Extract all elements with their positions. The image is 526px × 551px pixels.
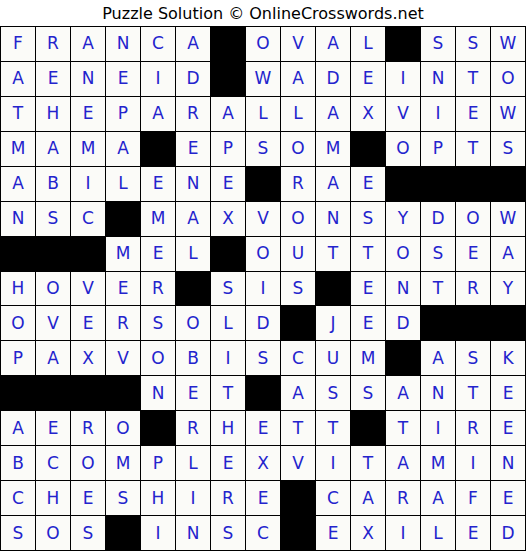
cell-letter: T: [468, 140, 478, 157]
black-cell: [36, 237, 70, 271]
cell-letter: O: [186, 315, 199, 332]
cell-letter: I: [190, 490, 195, 507]
grid-cell: R: [456, 411, 490, 445]
cell-letter: O: [501, 70, 514, 87]
cell-letter: O: [396, 140, 409, 157]
grid-cell: E: [71, 97, 105, 131]
cell-letter: P: [118, 105, 128, 122]
cell-letter: I: [400, 525, 405, 542]
cell-letter: O: [466, 210, 479, 227]
grid-cell: E: [211, 446, 245, 480]
cell-letter: S: [258, 140, 269, 157]
cell-letter: L: [188, 455, 197, 472]
cell-letter: R: [152, 280, 164, 297]
grid-cell: A: [316, 167, 350, 201]
cell-letter: T: [328, 245, 338, 262]
cell-letter: E: [363, 315, 374, 332]
grid-cell: H: [141, 481, 175, 515]
grid-cell: S: [491, 132, 525, 166]
cell-letter: A: [502, 245, 514, 262]
grid-cell: C: [246, 516, 280, 550]
grid-cell: E: [351, 62, 385, 96]
grid-cell: W: [491, 97, 525, 131]
cell-letter: O: [11, 315, 24, 332]
grid-cell: H: [211, 411, 245, 445]
grid-cell: I: [246, 272, 280, 306]
grid-cell: O: [106, 411, 140, 445]
grid-cell: E: [36, 62, 70, 96]
cell-letter: V: [257, 210, 269, 227]
grid-cell: O: [491, 62, 525, 96]
grid-cell: I: [71, 167, 105, 201]
cell-letter: N: [117, 35, 130, 52]
grid-cell: S: [456, 341, 490, 375]
grid-cell: T: [316, 411, 350, 445]
grid-cell: M: [351, 341, 385, 375]
grid-cell: A: [491, 237, 525, 271]
cell-letter: Y: [398, 210, 408, 227]
grid-cell: N: [176, 516, 210, 550]
grid-cell: O: [36, 272, 70, 306]
black-cell: [386, 27, 420, 61]
cell-letter: E: [468, 525, 479, 542]
grid-cell: D: [246, 306, 280, 340]
grid-cell: I: [211, 341, 245, 375]
grid-cell: S: [36, 202, 70, 236]
grid-cell: M: [106, 237, 140, 271]
grid-cell: N: [106, 27, 140, 61]
black-cell: [421, 306, 455, 340]
grid-cell: E: [246, 411, 280, 445]
cell-letter: Y: [503, 280, 513, 297]
cell-letter: S: [48, 210, 59, 227]
grid-cell: M: [141, 202, 175, 236]
cell-letter: W: [500, 210, 517, 227]
cell-letter: M: [151, 210, 166, 227]
grid-cell: S: [211, 272, 245, 306]
grid-cell: O: [36, 516, 70, 550]
cell-letter: M: [116, 455, 131, 472]
cell-letter: A: [397, 455, 409, 472]
grid-cell: S: [351, 376, 385, 410]
cell-letter: E: [503, 420, 514, 437]
grid-cell: N: [421, 62, 455, 96]
grid-cell: A: [421, 481, 455, 515]
grid-cell: A: [1, 62, 35, 96]
grid-cell: X: [246, 446, 280, 480]
grid-cell: A: [281, 62, 315, 96]
grid-cell: M: [421, 446, 455, 480]
grid-cell: R: [71, 411, 105, 445]
grid-cell: A: [386, 446, 420, 480]
grid-cell: B: [176, 341, 210, 375]
cell-letter: S: [83, 525, 94, 542]
puzzle-solution-page: Puzzle Solution © OnlineCrosswords.net F…: [0, 0, 526, 551]
cell-letter: M: [81, 140, 96, 157]
grid-cell: S: [246, 341, 280, 375]
cell-letter: H: [47, 105, 60, 122]
cell-letter: M: [361, 350, 376, 367]
grid-cell: O: [386, 237, 420, 271]
grid-cell: E: [176, 132, 210, 166]
grid-cell: H: [36, 481, 70, 515]
cell-letter: I: [225, 350, 230, 367]
grid-cell: S: [106, 481, 140, 515]
grid-cell: L: [176, 237, 210, 271]
cell-letter: D: [431, 210, 444, 227]
cell-letter: R: [187, 420, 199, 437]
cell-letter: S: [13, 525, 24, 542]
cell-letter: X: [257, 455, 269, 472]
grid-cell: O: [176, 306, 210, 340]
grid-cell: L: [211, 306, 245, 340]
cell-letter: M: [326, 140, 341, 157]
grid-cell: B: [36, 167, 70, 201]
grid-cell: O: [71, 446, 105, 480]
grid-cell: A: [1, 167, 35, 201]
cell-letter: O: [81, 455, 94, 472]
grid-cell: M: [71, 132, 105, 166]
cell-letter: I: [330, 455, 335, 472]
cell-letter: B: [187, 350, 199, 367]
grid-cell: Y: [491, 272, 525, 306]
grid-cell: A: [421, 341, 455, 375]
cell-letter: I: [260, 280, 265, 297]
cell-letter: T: [223, 385, 233, 402]
grid-cell: T: [351, 446, 385, 480]
cell-letter: B: [47, 175, 59, 192]
grid-cell: R: [386, 481, 420, 515]
cell-letter: S: [328, 385, 339, 402]
grid-cell: V: [106, 341, 140, 375]
cell-letter: C: [292, 350, 304, 367]
grid-cell: T: [211, 376, 245, 410]
cell-letter: T: [363, 245, 373, 262]
grid-cell: I: [456, 446, 490, 480]
grid-cell: S: [141, 306, 175, 340]
grid-cell: O: [141, 341, 175, 375]
crossword-grid: FRANCAOVALSSWAENEIDWADEINTOTHEPARALLAXVI…: [0, 26, 526, 551]
black-cell: [386, 341, 420, 375]
black-cell: [246, 167, 280, 201]
grid-cell: S: [421, 27, 455, 61]
black-cell: [106, 516, 140, 550]
grid-cell: E: [141, 237, 175, 271]
cell-letter: D: [256, 315, 269, 332]
grid-cell: X: [71, 341, 105, 375]
grid-cell: I: [386, 62, 420, 96]
cell-letter: C: [12, 490, 24, 507]
grid-cell: V: [281, 27, 315, 61]
cell-letter: P: [223, 140, 233, 157]
grid-cell: E: [456, 237, 490, 271]
grid-cell: O: [386, 132, 420, 166]
grid-cell: L: [176, 446, 210, 480]
cell-letter: L: [433, 525, 442, 542]
cell-letter: I: [85, 175, 90, 192]
grid-cell: W: [246, 62, 280, 96]
black-cell: [1, 376, 35, 410]
grid-cell: R: [141, 272, 175, 306]
grid-cell: U: [316, 341, 350, 375]
cell-letter: A: [432, 350, 444, 367]
grid-cell: O: [246, 237, 280, 271]
grid-cell: E: [211, 167, 245, 201]
cell-letter: L: [293, 105, 302, 122]
black-cell: [456, 167, 490, 201]
cell-letter: R: [222, 490, 234, 507]
grid-cell: X: [211, 202, 245, 236]
grid-cell: E: [71, 306, 105, 340]
grid-cell: L: [281, 97, 315, 131]
black-cell: [316, 272, 350, 306]
cell-letter: T: [363, 455, 373, 472]
cell-letter: S: [223, 280, 234, 297]
grid-cell: T: [456, 132, 490, 166]
cell-letter: L: [258, 105, 267, 122]
cell-letter: D: [186, 70, 199, 87]
grid-cell: H: [1, 272, 35, 306]
grid-cell: A: [36, 132, 70, 166]
grid-cell: M: [106, 446, 140, 480]
cell-letter: E: [468, 245, 479, 262]
cell-letter: V: [397, 105, 409, 122]
grid-cell: P: [421, 132, 455, 166]
cell-letter: V: [47, 315, 59, 332]
grid-cell: I: [386, 516, 420, 550]
cell-letter: O: [46, 525, 59, 542]
black-cell: [211, 27, 245, 61]
cell-letter: S: [153, 315, 164, 332]
cell-letter: V: [82, 280, 94, 297]
grid-cell: J: [316, 306, 350, 340]
cell-letter: E: [83, 105, 94, 122]
black-cell: [246, 376, 280, 410]
cell-letter: H: [47, 490, 60, 507]
grid-cell: E: [456, 516, 490, 550]
grid-cell: C: [1, 481, 35, 515]
cell-letter: A: [187, 35, 199, 52]
cell-letter: R: [397, 490, 409, 507]
cell-letter: T: [468, 385, 478, 402]
cell-letter: C: [47, 455, 59, 472]
cell-letter: E: [258, 490, 269, 507]
grid-cell: V: [281, 446, 315, 480]
grid-cell: R: [176, 411, 210, 445]
black-cell: [281, 481, 315, 515]
grid-cell: L: [421, 516, 455, 550]
cell-letter: H: [152, 490, 165, 507]
cell-letter: P: [153, 455, 163, 472]
cell-letter: S: [293, 280, 304, 297]
grid-cell: I: [141, 62, 175, 96]
cell-letter: I: [155, 70, 160, 87]
cell-letter: S: [503, 140, 514, 157]
cell-letter: E: [83, 315, 94, 332]
grid-cell: D: [386, 306, 420, 340]
grid-cell: E: [491, 411, 525, 445]
grid-cell: O: [281, 202, 315, 236]
grid-cell: R: [176, 97, 210, 131]
grid-cell: S: [246, 132, 280, 166]
grid-cell: S: [211, 516, 245, 550]
cell-letter: O: [151, 350, 164, 367]
grid-cell: R: [36, 27, 70, 61]
black-cell: [211, 62, 245, 96]
cell-letter: B: [12, 455, 24, 472]
cell-letter: E: [363, 175, 374, 192]
grid-cell: I: [176, 481, 210, 515]
grid-cell: E: [351, 306, 385, 340]
grid-cell: H: [36, 97, 70, 131]
grid-cell: S: [71, 516, 105, 550]
cell-letter: A: [187, 210, 199, 227]
black-cell: [456, 306, 490, 340]
cell-letter: A: [327, 175, 339, 192]
cell-letter: O: [396, 245, 409, 262]
cell-letter: T: [13, 105, 23, 122]
black-cell: [491, 167, 525, 201]
grid-cell: A: [71, 27, 105, 61]
grid-cell: P: [1, 341, 35, 375]
grid-cell: F: [1, 27, 35, 61]
cell-letter: N: [12, 210, 25, 227]
cell-letter: R: [82, 420, 94, 437]
cell-letter: S: [433, 245, 444, 262]
cell-letter: R: [187, 105, 199, 122]
cell-letter: M: [431, 455, 446, 472]
grid-cell: E: [141, 167, 175, 201]
grid-cell: D: [316, 62, 350, 96]
cell-letter: F: [13, 35, 23, 52]
grid-cell: S: [316, 376, 350, 410]
cell-letter: N: [432, 385, 445, 402]
cell-letter: R: [467, 280, 479, 297]
grid-cell: A: [351, 481, 385, 515]
grid-cell: V: [386, 97, 420, 131]
cell-letter: J: [330, 315, 335, 332]
grid-cell: S: [421, 237, 455, 271]
grid-cell: S: [351, 202, 385, 236]
cell-letter: E: [118, 70, 129, 87]
cell-letter: E: [153, 245, 164, 262]
cell-letter: P: [433, 140, 443, 157]
black-cell: [386, 167, 420, 201]
grid-cell: N: [141, 376, 175, 410]
cell-letter: C: [152, 35, 164, 52]
black-cell: [281, 516, 315, 550]
cell-letter: R: [292, 175, 304, 192]
grid-cell: T: [386, 411, 420, 445]
cell-letter: A: [12, 70, 24, 87]
cell-letter: A: [12, 175, 24, 192]
black-cell: [211, 237, 245, 271]
grid-cell: O: [281, 132, 315, 166]
grid-cell: S: [1, 516, 35, 550]
cell-letter: N: [187, 175, 200, 192]
cell-letter: A: [47, 140, 59, 157]
grid-cell: T: [316, 237, 350, 271]
cell-letter: O: [116, 420, 129, 437]
grid-cell: N: [421, 376, 455, 410]
cell-letter: H: [12, 280, 25, 297]
cell-letter: N: [397, 280, 410, 297]
grid-cell: E: [316, 516, 350, 550]
grid-cell: L: [106, 167, 140, 201]
cell-letter: A: [362, 490, 374, 507]
cell-letter: E: [503, 385, 514, 402]
grid-cell: O: [456, 202, 490, 236]
cell-letter: E: [468, 105, 479, 122]
page-title: Puzzle Solution © OnlineCrosswords.net: [0, 0, 526, 26]
black-cell: [491, 306, 525, 340]
cell-letter: A: [292, 385, 304, 402]
cell-letter: A: [152, 105, 164, 122]
cell-letter: S: [223, 525, 234, 542]
grid-cell: O: [246, 27, 280, 61]
grid-cell: E: [176, 376, 210, 410]
grid-cell: A: [1, 411, 35, 445]
grid-cell: X: [351, 516, 385, 550]
cell-letter: D: [326, 70, 339, 87]
cell-letter: O: [46, 280, 59, 297]
grid-cell: L: [246, 97, 280, 131]
grid-cell: R: [211, 481, 245, 515]
grid-cell: N: [176, 167, 210, 201]
cell-letter: V: [292, 35, 304, 52]
cell-letter: F: [468, 490, 478, 507]
grid-cell: I: [316, 446, 350, 480]
grid-cell: C: [316, 481, 350, 515]
black-cell: [141, 132, 175, 166]
grid-cell: P: [106, 97, 140, 131]
cell-letter: S: [468, 350, 479, 367]
grid-cell: A: [176, 27, 210, 61]
cell-letter: S: [433, 35, 444, 52]
black-cell: [36, 376, 70, 410]
black-cell: [176, 272, 210, 306]
cell-letter: C: [327, 490, 339, 507]
grid-cell: F: [456, 481, 490, 515]
grid-cell: A: [106, 132, 140, 166]
cell-letter: N: [152, 385, 165, 402]
cell-letter: E: [363, 70, 374, 87]
cell-letter: V: [117, 350, 129, 367]
cell-letter: O: [291, 140, 304, 157]
grid-cell: D: [421, 202, 455, 236]
cell-letter: T: [468, 70, 478, 87]
cell-letter: R: [467, 420, 479, 437]
cell-letter: D: [501, 525, 514, 542]
grid-cell: T: [421, 272, 455, 306]
black-cell: [351, 132, 385, 166]
grid-cell: W: [491, 202, 525, 236]
cell-letter: X: [82, 350, 94, 367]
cell-letter: A: [47, 350, 59, 367]
cell-letter: U: [292, 245, 304, 262]
cell-letter: M: [11, 140, 26, 157]
cell-letter: E: [118, 280, 129, 297]
grid-cell: D: [491, 516, 525, 550]
grid-cell: S: [456, 27, 490, 61]
cell-letter: T: [398, 420, 408, 437]
grid-cell: C: [141, 27, 175, 61]
cell-letter: A: [327, 105, 339, 122]
cell-letter: A: [327, 35, 339, 52]
cell-letter: U: [327, 350, 339, 367]
cell-letter: C: [82, 210, 94, 227]
cell-letter: L: [363, 35, 372, 52]
